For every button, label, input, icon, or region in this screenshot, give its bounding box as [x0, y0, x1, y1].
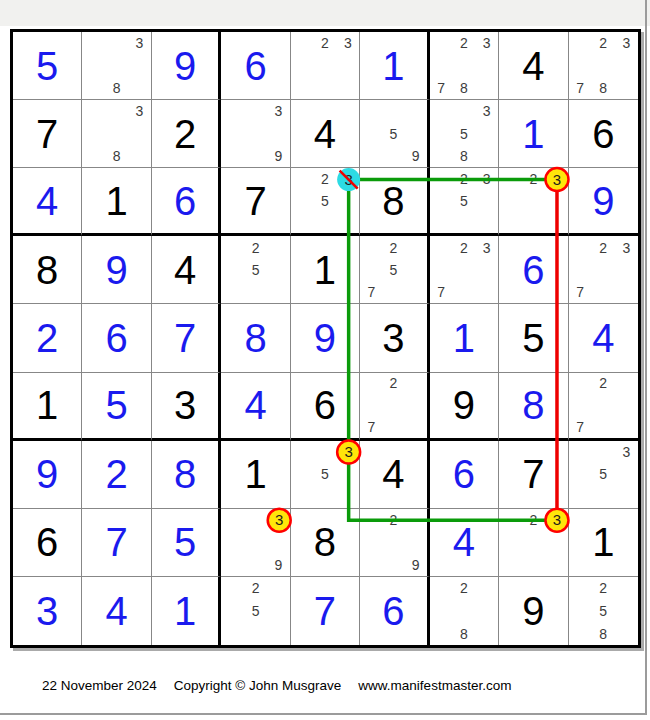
given-digit: 2 — [174, 114, 196, 154]
top-strip — [0, 0, 650, 26]
page-edge-bottom — [0, 713, 647, 715]
solved-digit: 1 — [453, 318, 475, 358]
pencil-mark: 5 — [244, 259, 267, 281]
cell-r8c1: 6 — [13, 509, 82, 577]
cell-r2c9: 6 — [569, 100, 638, 168]
given-digit: 8 — [314, 522, 336, 562]
pencil-mark: 2 — [244, 577, 267, 600]
solved-digit: 2 — [36, 318, 58, 358]
cell-r8c2: 7 — [82, 509, 151, 577]
cell-r4c6: 257 — [360, 236, 429, 304]
solved-digit: 4 — [453, 522, 475, 562]
pencil-mark: 3 — [267, 100, 290, 122]
cell-r6c5: 6 — [291, 373, 360, 441]
pencil-mark: 3 — [615, 236, 638, 258]
page: { "game": "sudoku", "grid": { "position"… — [0, 0, 650, 720]
pencil-mark: 8 — [592, 622, 615, 645]
given-digit: 8 — [36, 250, 58, 290]
solved-digit: 9 — [314, 318, 336, 358]
footer-date: 22 November 2024 — [42, 678, 157, 693]
pencil-mark: 5 — [314, 190, 337, 212]
pencil-mark: 8 — [452, 622, 475, 645]
solved-digit: 8 — [522, 385, 544, 425]
cell-r5c8: 5 — [499, 304, 568, 372]
pencil-mark: 3 — [475, 32, 498, 54]
cell-r2c4: 39 — [221, 100, 290, 168]
pencil-mark: 5 — [314, 463, 337, 485]
given-digit: 6 — [314, 385, 336, 425]
pencil-mark: 2 — [522, 168, 545, 190]
given-digit: 3 — [174, 385, 196, 425]
pencil-mark: 9 — [405, 554, 427, 576]
cell-r8c4: 9 — [221, 509, 290, 577]
pencil-mark: 2 — [592, 577, 615, 600]
pencil-mark: 8 — [452, 145, 475, 167]
cell-r3c5: 25 — [291, 168, 360, 236]
pencil-mark: 2 — [592, 32, 615, 54]
given-digit: 9 — [522, 591, 544, 631]
solved-digit: 6 — [453, 454, 475, 494]
given-digit: 8 — [382, 181, 404, 221]
sudoku-board: 5389623123784237873823945935816416725823… — [10, 29, 641, 648]
solved-digit: 2 — [106, 454, 128, 494]
cell-r9c6: 6 — [360, 577, 429, 645]
cell-r8c6: 29 — [360, 509, 429, 577]
pencil-mark: 3 — [475, 236, 498, 258]
solved-digit: 3 — [36, 591, 58, 631]
cell-r5c2: 6 — [82, 304, 151, 372]
pencil-mark: 5 — [382, 122, 404, 144]
cell-r3c8: 2 — [499, 168, 568, 236]
pencil-mark: 8 — [105, 145, 128, 167]
solved-digit: 7 — [106, 522, 128, 562]
cell-r1c6: 1 — [360, 32, 429, 100]
given-digit: 1 — [36, 385, 58, 425]
pencil-mark: 7 — [430, 281, 453, 303]
solved-digit: 1 — [382, 46, 404, 86]
solved-digit: 6 — [174, 181, 196, 221]
pencil-mark: 7 — [569, 281, 592, 303]
solved-digit: 9 — [36, 454, 58, 494]
page-edge-right — [645, 0, 647, 715]
solved-digit: 4 — [36, 181, 58, 221]
given-digit: 1 — [244, 454, 266, 494]
pencil-mark: 7 — [569, 416, 592, 438]
solved-digit: 6 — [522, 250, 544, 290]
cell-r4c3: 4 — [152, 236, 221, 304]
cell-r1c3: 9 — [152, 32, 221, 100]
solved-digit: 4 — [244, 385, 266, 425]
cell-r3c4: 7 — [221, 168, 290, 236]
cell-r8c5: 8 — [291, 509, 360, 577]
given-digit: 4 — [382, 454, 404, 494]
given-digit: 7 — [244, 181, 266, 221]
given-digit: 5 — [522, 318, 544, 358]
cell-r8c3: 5 — [152, 509, 221, 577]
pencil-mark: 2 — [382, 373, 404, 395]
cell-r6c6: 27 — [360, 373, 429, 441]
cell-r9c2: 4 — [82, 577, 151, 645]
given-digit: 7 — [36, 114, 58, 154]
cell-r3c3: 6 — [152, 168, 221, 236]
cell-r7c8: 7 — [499, 441, 568, 509]
pencil-mark: 2 — [382, 236, 404, 258]
cell-r5c6: 3 — [360, 304, 429, 372]
given-digit: 1 — [106, 181, 128, 221]
cell-r8c9: 1 — [569, 509, 638, 577]
pencil-mark: 2 — [244, 236, 267, 258]
pencil-mark: 3 — [128, 100, 151, 122]
cell-r2c2: 38 — [82, 100, 151, 168]
cell-r1c5: 23 — [291, 32, 360, 100]
pencil-mark: 9 — [405, 145, 427, 167]
solved-digit: 9 — [592, 181, 614, 221]
cell-r5c4: 8 — [221, 304, 290, 372]
footer-copyright: Copyright © John Musgrave — [174, 678, 342, 693]
pencil-mark: 3 — [615, 441, 638, 463]
cell-r4c8: 6 — [499, 236, 568, 304]
solved-digit: 6 — [106, 318, 128, 358]
cell-r4c9: 237 — [569, 236, 638, 304]
given-digit: 6 — [592, 114, 614, 154]
given-digit: 4 — [522, 46, 544, 86]
cell-r3c6: 8 — [360, 168, 429, 236]
cell-r7c6: 4 — [360, 441, 429, 509]
pencil-mark: 2 — [592, 236, 615, 258]
cell-r1c4: 6 — [221, 32, 290, 100]
cell-r8c8: 2 — [499, 509, 568, 577]
given-digit: 4 — [174, 250, 196, 290]
pencil-mark: 2 — [314, 32, 337, 54]
pencil-mark: 2 — [382, 509, 404, 531]
cell-r7c2: 2 — [82, 441, 151, 509]
pencil-mark: 9 — [267, 554, 290, 576]
cell-r7c5: 5 — [291, 441, 360, 509]
solved-digit: 1 — [522, 114, 544, 154]
given-digit: 1 — [592, 522, 614, 562]
cell-r3c1: 4 — [13, 168, 82, 236]
pencil-mark: 7 — [360, 416, 382, 438]
cell-r6c8: 8 — [499, 373, 568, 441]
cell-r1c9: 2378 — [569, 32, 638, 100]
cell-r6c3: 3 — [152, 373, 221, 441]
pencil-mark: 7 — [360, 281, 382, 303]
pencil-mark: 5 — [244, 600, 267, 623]
given-digit: 9 — [453, 385, 475, 425]
solved-digit: 9 — [106, 250, 128, 290]
cell-r2c5: 4 — [291, 100, 360, 168]
pencil-mark: 8 — [105, 77, 128, 99]
cell-r9c7: 28 — [430, 577, 499, 645]
solved-digit: 7 — [174, 318, 196, 358]
cell-r9c8: 9 — [499, 577, 568, 645]
solved-digit: 7 — [314, 591, 336, 631]
cell-r5c7: 1 — [430, 304, 499, 372]
given-digit: 7 — [522, 454, 544, 494]
pencil-mark: 8 — [452, 77, 475, 99]
cell-r1c1: 5 — [13, 32, 82, 100]
solved-digit: 5 — [106, 385, 128, 425]
pencil-mark: 7 — [430, 77, 453, 99]
cell-r4c4: 25 — [221, 236, 290, 304]
solved-digit: 5 — [36, 46, 58, 86]
solved-digit: 8 — [174, 454, 196, 494]
cell-r4c2: 9 — [82, 236, 151, 304]
cell-r9c5: 7 — [291, 577, 360, 645]
cell-r2c6: 59 — [360, 100, 429, 168]
cell-r8c7: 4 — [430, 509, 499, 577]
pencil-mark: 2 — [452, 32, 475, 54]
cell-r7c9: 35 — [569, 441, 638, 509]
cell-r5c1: 2 — [13, 304, 82, 372]
cell-r3c9: 9 — [569, 168, 638, 236]
cell-r1c2: 38 — [82, 32, 151, 100]
pencil-mark: 5 — [452, 190, 475, 212]
cell-r7c3: 8 — [152, 441, 221, 509]
pencil-mark: 5 — [452, 122, 475, 144]
pencil-mark: 2 — [452, 168, 475, 190]
cell-r6c4: 4 — [221, 373, 290, 441]
cell-r7c4: 1 — [221, 441, 290, 509]
pencil-mark: 2 — [452, 236, 475, 258]
solved-digit: 4 — [106, 591, 128, 631]
cell-r9c9: 258 — [569, 577, 638, 645]
pencil-mark: 3 — [475, 168, 498, 190]
cell-r4c5: 1 — [291, 236, 360, 304]
cell-r2c1: 7 — [13, 100, 82, 168]
cell-r6c9: 27 — [569, 373, 638, 441]
cell-r6c1: 1 — [13, 373, 82, 441]
pencil-mark: 3 — [475, 100, 498, 122]
cell-r2c8: 1 — [499, 100, 568, 168]
cell-r9c1: 3 — [13, 577, 82, 645]
cell-r7c1: 9 — [13, 441, 82, 509]
cell-r9c3: 1 — [152, 577, 221, 645]
pencil-mark: 7 — [569, 77, 592, 99]
given-digit: 6 — [36, 522, 58, 562]
cell-r5c3: 7 — [152, 304, 221, 372]
solved-digit: 6 — [244, 46, 266, 86]
pencil-mark: 2 — [592, 373, 615, 395]
cell-r1c7: 2378 — [430, 32, 499, 100]
solved-digit: 5 — [174, 522, 196, 562]
pencil-mark: 2 — [522, 509, 545, 531]
cell-r5c9: 4 — [569, 304, 638, 372]
cell-r3c7: 235 — [430, 168, 499, 236]
pencil-mark: 9 — [267, 145, 290, 167]
solved-digit: 1 — [174, 591, 196, 631]
cell-r1c8: 4 — [499, 32, 568, 100]
pencil-mark: 2 — [452, 577, 475, 600]
pencil-mark: 3 — [615, 32, 638, 54]
solved-digit: 8 — [244, 318, 266, 358]
solved-digit: 9 — [174, 46, 196, 86]
cell-r2c3: 2 — [152, 100, 221, 168]
sudoku-grid: 5389623123784237873823945935816416725823… — [10, 29, 641, 648]
cell-r9c4: 25 — [221, 577, 290, 645]
given-digit: 1 — [314, 250, 336, 290]
pencil-mark: 3 — [336, 32, 359, 54]
cell-r5c5: 9 — [291, 304, 360, 372]
pencil-mark: 5 — [592, 463, 615, 485]
pencil-mark: 2 — [314, 168, 337, 190]
cell-r7c7: 6 — [430, 441, 499, 509]
pencil-mark: 5 — [382, 259, 404, 281]
footer: 22 November 2024 Copyright © John Musgra… — [42, 678, 511, 693]
solved-digit: 6 — [382, 591, 404, 631]
cell-r4c7: 237 — [430, 236, 499, 304]
cell-r4c1: 8 — [13, 236, 82, 304]
cell-r3c2: 1 — [82, 168, 151, 236]
solved-digit: 4 — [592, 318, 614, 358]
cell-r6c7: 9 — [430, 373, 499, 441]
cell-r2c7: 358 — [430, 100, 499, 168]
pencil-mark: 3 — [128, 32, 151, 54]
cell-r6c2: 5 — [82, 373, 151, 441]
footer-website: www.manifestmaster.com — [358, 678, 511, 693]
pencil-mark: 5 — [592, 600, 615, 623]
pencil-mark: 8 — [592, 77, 615, 99]
given-digit: 3 — [382, 318, 404, 358]
given-digit: 4 — [314, 114, 336, 154]
